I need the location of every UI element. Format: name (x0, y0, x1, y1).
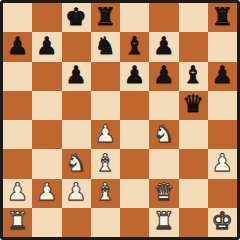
square-d5[interactable] (91, 91, 120, 120)
square-h2[interactable] (208, 179, 237, 208)
square-f3[interactable] (149, 149, 178, 178)
square-a7[interactable]: ♟ (3, 32, 32, 61)
piece-black-queen[interactable]: ♛ (182, 92, 204, 116)
piece-white-rook[interactable]: ♜ (7, 209, 29, 233)
square-d6[interactable] (91, 62, 120, 91)
piece-white-rook[interactable]: ♜ (153, 209, 175, 233)
piece-black-king[interactable]: ♚ (65, 5, 87, 29)
square-f1[interactable]: ♜ (149, 208, 178, 237)
piece-white-pawn[interactable]: ♟ (65, 180, 87, 204)
square-h5[interactable] (208, 91, 237, 120)
square-a3[interactable] (3, 149, 32, 178)
square-g2[interactable] (179, 179, 208, 208)
square-g4[interactable] (179, 120, 208, 149)
piece-black-pawn[interactable]: ♟ (36, 34, 58, 58)
square-e4[interactable] (120, 120, 149, 149)
square-h3[interactable]: ♟ (208, 149, 237, 178)
square-c5[interactable] (62, 91, 91, 120)
square-d8[interactable]: ♜ (91, 3, 120, 32)
square-f6[interactable]: ♟ (149, 62, 178, 91)
square-f5[interactable] (149, 91, 178, 120)
square-b8[interactable] (32, 3, 61, 32)
square-a8[interactable] (3, 3, 32, 32)
square-c1[interactable] (62, 208, 91, 237)
square-b3[interactable] (32, 149, 61, 178)
piece-black-pawn[interactable]: ♟ (153, 34, 175, 58)
square-h1[interactable]: ♚ (208, 208, 237, 237)
square-g5[interactable]: ♛ (179, 91, 208, 120)
square-f2[interactable]: ♛ (149, 179, 178, 208)
piece-black-pawn[interactable]: ♟ (124, 63, 146, 87)
piece-black-rook[interactable]: ♜ (95, 5, 117, 29)
piece-white-knight[interactable]: ♞ (153, 122, 175, 146)
square-b5[interactable] (32, 91, 61, 120)
piece-black-bishop[interactable]: ♝ (124, 34, 146, 58)
square-c3[interactable]: ♞ (62, 149, 91, 178)
chess-board-frame: ♚♜♜♟♟♞♝♟♟♟♟♝♟♛♟♞♞♝♟♟♟♟♝♛♜♜♚ (0, 0, 240, 240)
square-c8[interactable]: ♚ (62, 3, 91, 32)
square-h6[interactable]: ♟ (208, 62, 237, 91)
square-b6[interactable] (32, 62, 61, 91)
square-c7[interactable] (62, 32, 91, 61)
square-e3[interactable] (120, 149, 149, 178)
piece-black-pawn[interactable]: ♟ (65, 63, 87, 87)
square-c4[interactable] (62, 120, 91, 149)
square-g3[interactable] (179, 149, 208, 178)
square-f8[interactable] (149, 3, 178, 32)
piece-black-rook[interactable]: ♜ (212, 5, 234, 29)
square-a2[interactable]: ♟ (3, 179, 32, 208)
piece-black-pawn[interactable]: ♟ (7, 34, 29, 58)
square-g1[interactable] (179, 208, 208, 237)
square-e5[interactable] (120, 91, 149, 120)
square-f7[interactable]: ♟ (149, 32, 178, 61)
square-d3[interactable]: ♝ (91, 149, 120, 178)
square-b7[interactable]: ♟ (32, 32, 61, 61)
piece-black-bishop[interactable]: ♝ (182, 63, 204, 87)
square-e7[interactable]: ♝ (120, 32, 149, 61)
chess-board: ♚♜♜♟♟♞♝♟♟♟♟♝♟♛♟♞♞♝♟♟♟♟♝♛♜♜♚ (3, 3, 237, 237)
square-a5[interactable] (3, 91, 32, 120)
piece-black-pawn[interactable]: ♟ (212, 63, 234, 87)
square-c6[interactable]: ♟ (62, 62, 91, 91)
square-d7[interactable]: ♞ (91, 32, 120, 61)
square-a6[interactable] (3, 62, 32, 91)
square-e6[interactable]: ♟ (120, 62, 149, 91)
square-a1[interactable]: ♜ (3, 208, 32, 237)
piece-black-knight[interactable]: ♞ (95, 34, 117, 58)
piece-white-pawn[interactable]: ♟ (7, 180, 29, 204)
piece-white-king[interactable]: ♚ (212, 209, 234, 233)
square-h7[interactable] (208, 32, 237, 61)
square-b4[interactable] (32, 120, 61, 149)
square-d2[interactable]: ♝ (91, 179, 120, 208)
piece-white-pawn[interactable]: ♟ (36, 180, 58, 204)
square-g8[interactable] (179, 3, 208, 32)
square-f4[interactable]: ♞ (149, 120, 178, 149)
piece-black-pawn[interactable]: ♟ (153, 63, 175, 87)
square-e1[interactable] (120, 208, 149, 237)
piece-white-pawn[interactable]: ♟ (212, 151, 234, 175)
piece-white-queen[interactable]: ♛ (153, 180, 175, 204)
square-a4[interactable] (3, 120, 32, 149)
square-h8[interactable]: ♜ (208, 3, 237, 32)
piece-white-pawn[interactable]: ♟ (95, 122, 117, 146)
square-e2[interactable] (120, 179, 149, 208)
square-g6[interactable]: ♝ (179, 62, 208, 91)
square-b1[interactable] (32, 208, 61, 237)
piece-white-knight[interactable]: ♞ (65, 151, 87, 175)
square-c2[interactable]: ♟ (62, 179, 91, 208)
piece-white-bishop[interactable]: ♝ (95, 151, 117, 175)
piece-white-bishop[interactable]: ♝ (95, 180, 117, 204)
square-e8[interactable] (120, 3, 149, 32)
square-h4[interactable] (208, 120, 237, 149)
square-d4[interactable]: ♟ (91, 120, 120, 149)
square-d1[interactable] (91, 208, 120, 237)
square-b2[interactable]: ♟ (32, 179, 61, 208)
square-g7[interactable] (179, 32, 208, 61)
